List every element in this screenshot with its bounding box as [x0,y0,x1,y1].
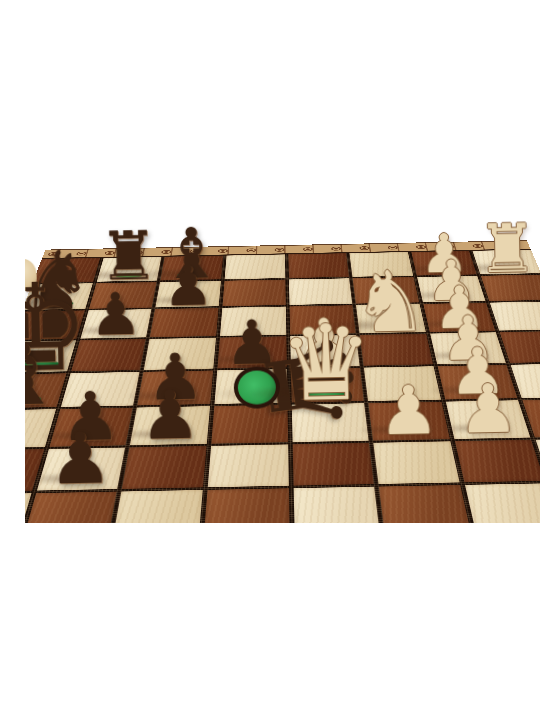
piece-black-bishop-a4: ♝ [25,332,62,417]
piece-white-pawn-g3: ♟ [458,375,520,443]
pieces-layer: ♜♝♟♜♞♟♟♟♞♟♚♟♟♟♝♟♛♛♟♟♟♟♟♟ [25,150,537,155]
piece-white-pawn-f3: ♟ [378,377,440,445]
piece-black-pawn-c7: ♟ [163,257,214,314]
square-h6 [490,301,540,330]
board-scene: ♜♝♟♜♞♟♟♟♞♟♚♟♟♟♝♟♛♛♟♟♟♟♟♟ [25,150,540,523]
product-photo: ♜♝♟♜♞♟♟♟♞♟♚♟♟♟♝♟♛♛♟♟♟♟♟♟ [25,150,540,523]
piece-black-pawn-c3: ♟ [139,382,201,450]
square-f1 [379,485,470,523]
piece-black-pawn-b2: ♟ [48,423,113,495]
piece-white-queen-e4: ♛ [279,310,374,416]
square-e1 [293,487,380,523]
square-d2 [208,444,289,487]
square-d7 [222,279,285,306]
piece-black-pawn-b6: ♟ [89,285,142,344]
square-d1 [204,488,290,523]
piece-white-rook-h8: ♜ [477,215,538,283]
square-e2 [292,443,374,486]
square-g1 [465,484,540,523]
square-e8 [288,253,349,278]
square-c1 [113,490,203,523]
square-d8 [225,254,285,279]
